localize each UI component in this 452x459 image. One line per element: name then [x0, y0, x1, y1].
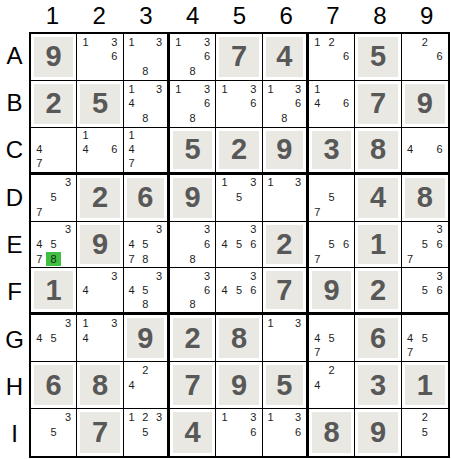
- solved-digit: 8: [405, 178, 445, 218]
- col-label-7: 7: [310, 0, 357, 31]
- candidate-3: 3: [246, 82, 260, 97]
- solved-digit: 7: [219, 37, 258, 77]
- solved-digit: 6: [34, 365, 73, 405]
- candidate-3: 3: [246, 410, 260, 425]
- solved-digit: 6: [127, 178, 164, 218]
- candidates: 126: [310, 35, 353, 79]
- solved-digit: 7: [358, 84, 397, 124]
- candidate-5: 5: [324, 190, 338, 205]
- solved-digit: 9: [266, 131, 303, 169]
- candidate-6: 6: [432, 283, 447, 297]
- candidate-6: 6: [246, 97, 260, 112]
- candidate-5: 5: [324, 237, 338, 252]
- col-label-9: 9: [403, 0, 450, 31]
- cell-I7[interactable]: 8: [309, 409, 355, 456]
- candidate-3: 3: [107, 35, 121, 50]
- cell-C3[interactable]: 147: [124, 128, 170, 175]
- cell-F7[interactable]: 9: [309, 268, 355, 315]
- candidates: 25: [403, 410, 447, 455]
- candidate-2: 2: [324, 35, 338, 50]
- candidate-1: 1: [310, 82, 324, 97]
- candidates: 345: [32, 316, 75, 360]
- cell-C2[interactable]: 146: [77, 128, 123, 175]
- candidate-7: 7: [310, 205, 324, 220]
- solved-digit: 1: [34, 271, 73, 309]
- candidate-3: 3: [200, 269, 214, 283]
- col-label-8: 8: [356, 0, 403, 31]
- candidate-4: 4: [125, 378, 139, 393]
- cell-G2[interactable]: 134: [77, 315, 123, 362]
- candidate-7: 7: [403, 252, 418, 267]
- candidate-8: 8: [185, 252, 199, 267]
- candidate-1: 1: [78, 316, 92, 331]
- candidate-6: 6: [339, 97, 353, 112]
- candidate-3: 3: [61, 223, 75, 238]
- candidate-1: 1: [171, 82, 185, 97]
- cell-A3[interactable]: 138: [124, 34, 170, 81]
- cell-I9[interactable]: 25: [402, 409, 448, 456]
- candidate-5: 5: [46, 425, 60, 440]
- candidate-3: 3: [291, 82, 305, 97]
- cell-D2[interactable]: 2: [77, 175, 123, 222]
- cell-A7[interactable]: 126: [309, 34, 355, 81]
- cell-A1[interactable]: 9: [31, 34, 77, 81]
- solved-digit: 2: [358, 271, 397, 309]
- candidate-8: 8: [185, 64, 199, 79]
- candidate-7: 7: [310, 346, 324, 361]
- cell-E6[interactable]: 2: [263, 222, 309, 269]
- cell-F2[interactable]: 34: [77, 268, 123, 315]
- cell-G1[interactable]: 345: [31, 315, 77, 362]
- row-label-D: D: [0, 174, 29, 221]
- candidate-6: 6: [339, 50, 353, 65]
- candidate-8: 8: [138, 64, 152, 79]
- cell-E2[interactable]: 9: [77, 222, 123, 269]
- solved-digit: 2: [34, 84, 73, 124]
- candidate-7: 7: [125, 252, 139, 267]
- cell-D5[interactable]: 135: [216, 175, 262, 222]
- cell-C4[interactable]: 5: [170, 128, 216, 175]
- candidate-4: 4: [78, 331, 92, 346]
- candidate-6: 6: [246, 283, 260, 297]
- candidates: 3567: [403, 223, 447, 267]
- solved-digit: 7: [80, 412, 119, 453]
- cell-C1[interactable]: 47: [31, 128, 77, 175]
- candidate-3: 3: [61, 316, 75, 331]
- candidates: 46: [403, 129, 447, 171]
- candidate-6: 6: [339, 237, 353, 252]
- cell-C8[interactable]: 8: [355, 128, 401, 175]
- candidate-4: 4: [32, 237, 46, 252]
- candidates: 136: [264, 410, 305, 455]
- row-label-B: B: [0, 79, 29, 126]
- candidate-6: 6: [246, 237, 260, 252]
- candidate-4: 4: [78, 283, 92, 297]
- cell-A9[interactable]: 26: [402, 34, 448, 81]
- candidate-8: 8: [277, 111, 291, 126]
- candidate-1: 1: [125, 35, 139, 50]
- cell-I2[interactable]: 7: [77, 409, 123, 456]
- solved-digit: 9: [34, 37, 73, 77]
- candidate-5: 5: [232, 190, 246, 205]
- candidate-3: 3: [107, 316, 121, 331]
- candidate-5: 5: [417, 425, 432, 440]
- candidates: 135: [217, 176, 260, 220]
- cell-H7[interactable]: 24: [309, 362, 355, 409]
- candidates: 457: [403, 316, 447, 360]
- candidate-2: 2: [138, 410, 152, 425]
- col-label-4: 4: [169, 0, 216, 31]
- candidate-5: 5: [232, 237, 246, 252]
- candidate-3: 3: [200, 82, 214, 97]
- candidates: 136: [78, 35, 121, 79]
- cell-A2[interactable]: 136: [77, 34, 123, 81]
- cell-A6[interactable]: 4: [263, 34, 309, 81]
- candidate-1: 1: [171, 35, 185, 50]
- cell-D3[interactable]: 6: [124, 175, 170, 222]
- candidate-2: 2: [138, 363, 152, 378]
- col-label-3: 3: [123, 0, 170, 31]
- candidates: 134: [78, 316, 121, 360]
- solved-digit: 2: [80, 178, 119, 218]
- candidate-4: 4: [125, 143, 139, 157]
- cell-B2[interactable]: 5: [77, 81, 123, 128]
- candidate-4: 4: [32, 143, 46, 157]
- candidate-1: 1: [78, 129, 92, 143]
- candidate-1: 1: [217, 410, 231, 425]
- candidate-6: 6: [291, 97, 305, 112]
- cell-D9[interactable]: 8: [402, 175, 448, 222]
- candidates: 3456: [217, 269, 260, 311]
- cell-I5[interactable]: 136: [216, 409, 262, 456]
- candidate-3: 3: [432, 223, 447, 238]
- cell-I3[interactable]: 1235: [124, 409, 170, 456]
- cell-I8[interactable]: 9: [355, 409, 401, 456]
- candidate-6: 6: [107, 50, 121, 65]
- cell-H1[interactable]: 6: [31, 362, 77, 409]
- candidate-6: 6: [432, 50, 447, 65]
- cell-C5[interactable]: 2: [216, 128, 262, 175]
- candidate-1: 1: [264, 176, 278, 191]
- candidates: 146: [310, 82, 353, 126]
- candidate-5: 5: [232, 283, 246, 297]
- candidates: 368: [171, 223, 214, 267]
- solved-digit: 8: [219, 318, 258, 358]
- candidate-3: 3: [246, 269, 260, 283]
- candidate-3: 3: [107, 269, 121, 283]
- cell-E5[interactable]: 3456: [216, 222, 262, 269]
- solved-digit: 8: [358, 131, 397, 169]
- solved-digit: 1: [358, 225, 397, 265]
- row-labels: ABCDEFGHI: [0, 32, 29, 458]
- cell-F3[interactable]: 3458: [124, 268, 170, 315]
- candidate-6: 6: [246, 425, 260, 440]
- candidates: 3456: [217, 223, 260, 267]
- row-label-A: A: [0, 32, 29, 79]
- candidates: 356: [403, 269, 447, 311]
- candidate-5: 5: [46, 237, 60, 252]
- cell-G9[interactable]: 457: [402, 315, 448, 362]
- candidate-7: 7: [125, 157, 139, 171]
- candidate-1: 1: [264, 82, 278, 97]
- solved-digit: 3: [358, 365, 397, 405]
- cell-G8[interactable]: 6: [355, 315, 401, 362]
- candidate-5: 5: [138, 237, 152, 252]
- solved-digit: 1: [405, 365, 445, 405]
- candidate-3: 3: [246, 223, 260, 238]
- sudoku-app: 123456789 ABCDEFGHI 91361381368741265262…: [0, 0, 452, 459]
- candidates: 13: [264, 176, 305, 220]
- candidates: 146: [78, 129, 121, 171]
- row-label-F: F: [0, 269, 29, 316]
- candidates: 147: [125, 129, 166, 171]
- candidate-3: 3: [152, 410, 166, 425]
- candidate-1: 1: [264, 316, 278, 331]
- column-labels: 123456789: [29, 0, 450, 31]
- candidate-1: 1: [78, 35, 92, 50]
- cell-G6[interactable]: 13: [263, 315, 309, 362]
- candidate-4: 4: [217, 283, 231, 297]
- candidates: 35: [32, 410, 75, 455]
- candidate-3: 3: [152, 82, 166, 97]
- candidate-1: 1: [217, 82, 231, 97]
- candidate-1: 1: [125, 410, 139, 425]
- solved-digit: 6: [358, 318, 397, 358]
- cell-H8[interactable]: 3: [355, 362, 401, 409]
- candidates: 138: [125, 35, 166, 79]
- candidates: 1368: [264, 82, 305, 126]
- solved-digit: 9: [80, 225, 119, 265]
- solved-digit: 5: [358, 37, 397, 77]
- candidate-3: 3: [61, 176, 75, 191]
- row-label-C: C: [0, 127, 29, 174]
- candidates: 24: [125, 363, 166, 407]
- candidates: 34578: [32, 223, 75, 267]
- cell-B6[interactable]: 1368: [263, 81, 309, 128]
- col-label-6: 6: [263, 0, 310, 31]
- cell-D6[interactable]: 13: [263, 175, 309, 222]
- candidates: 24: [310, 363, 353, 407]
- candidates: 3458: [125, 269, 166, 311]
- cell-H3[interactable]: 24: [124, 362, 170, 409]
- candidates: 567: [310, 223, 353, 267]
- cell-G4[interactable]: 2: [170, 315, 216, 362]
- cell-B4[interactable]: 1368: [170, 81, 216, 128]
- solved-digit: 2: [173, 318, 212, 358]
- cell-C7[interactable]: 3: [309, 128, 355, 175]
- cell-C6[interactable]: 9: [263, 128, 309, 175]
- solved-digit: 7: [266, 271, 303, 309]
- candidate-5: 5: [324, 331, 338, 346]
- cell-D8[interactable]: 4: [355, 175, 401, 222]
- cell-I6[interactable]: 136: [263, 409, 309, 456]
- cell-F6[interactable]: 7: [263, 268, 309, 315]
- candidate-4: 4: [403, 331, 418, 346]
- cell-F5[interactable]: 3456: [216, 268, 262, 315]
- candidate-1: 1: [264, 410, 278, 425]
- candidate-3: 3: [432, 269, 447, 283]
- solved-digit: 4: [358, 178, 397, 218]
- candidate-1: 1: [125, 129, 139, 143]
- candidates: 34578: [125, 223, 166, 267]
- solved-digit: 9: [127, 318, 164, 358]
- candidate-5: 5: [138, 425, 152, 440]
- candidate-7: 7: [32, 252, 46, 267]
- candidate-3: 3: [291, 316, 305, 331]
- candidate-3: 3: [61, 410, 75, 425]
- cell-H4[interactable]: 7: [170, 362, 216, 409]
- cell-H6[interactable]: 5: [263, 362, 309, 409]
- cell-E9[interactable]: 3567: [402, 222, 448, 269]
- candidate-6: 6: [107, 143, 121, 157]
- candidate-8: 8: [138, 252, 152, 267]
- cell-B8[interactable]: 7: [355, 81, 401, 128]
- cell-E1[interactable]: 34578: [31, 222, 77, 269]
- candidate-4: 4: [125, 237, 139, 252]
- solved-digit: 9: [173, 178, 212, 218]
- col-label-2: 2: [76, 0, 123, 31]
- candidates: 57: [310, 176, 353, 220]
- cell-I4[interactable]: 4: [170, 409, 216, 456]
- cell-B9[interactable]: 9: [402, 81, 448, 128]
- solved-digit: 2: [219, 131, 258, 169]
- solved-digit: 9: [405, 84, 445, 124]
- candidate-6: 6: [200, 97, 214, 112]
- solved-digit: 2: [266, 225, 303, 265]
- candidate-4: 4: [217, 237, 231, 252]
- candidate-6: 6: [432, 237, 447, 252]
- col-label-1: 1: [29, 0, 76, 31]
- solved-digit: 7: [173, 365, 212, 405]
- candidate-4: 4: [125, 97, 139, 112]
- cell-F8[interactable]: 2: [355, 268, 401, 315]
- candidate-6: 6: [432, 143, 447, 157]
- candidate-8: 8: [138, 111, 152, 126]
- cell-I1[interactable]: 35: [31, 409, 77, 456]
- solved-digit: 4: [173, 412, 212, 453]
- candidate-6: 6: [200, 283, 214, 297]
- candidate-6: 6: [200, 237, 214, 252]
- candidate-5: 5: [138, 283, 152, 297]
- cell-E4[interactable]: 368: [170, 222, 216, 269]
- cell-E7[interactable]: 567: [309, 222, 355, 269]
- candidate-5: 5: [417, 331, 432, 346]
- candidate-8: 8: [185, 111, 199, 126]
- candidate-3: 3: [291, 410, 305, 425]
- candidates: 34: [78, 269, 121, 311]
- row-label-I: I: [0, 411, 29, 458]
- candidate-2: 2: [417, 35, 432, 50]
- candidate-7: 7: [32, 205, 46, 220]
- cell-C9[interactable]: 46: [402, 128, 448, 175]
- solved-digit: 9: [219, 365, 258, 405]
- candidate-4: 4: [310, 378, 324, 393]
- cell-H2[interactable]: 8: [77, 362, 123, 409]
- candidate-3: 3: [152, 223, 166, 238]
- candidates: 1348: [125, 82, 166, 126]
- candidates: 1235: [125, 410, 166, 455]
- candidate-4: 4: [78, 143, 92, 157]
- candidate-6: 6: [291, 425, 305, 440]
- cell-G3[interactable]: 9: [124, 315, 170, 362]
- candidate-5: 5: [417, 237, 432, 252]
- cell-B5[interactable]: 136: [216, 81, 262, 128]
- candidate-3: 3: [152, 35, 166, 50]
- solved-digit: 5: [173, 131, 212, 169]
- candidates: 1368: [171, 35, 214, 79]
- candidate-5: 5: [46, 190, 60, 205]
- candidate-1: 1: [217, 176, 231, 191]
- candidate-2: 2: [324, 363, 338, 378]
- candidate-8: 8: [185, 297, 199, 311]
- cell-D1[interactable]: 357: [31, 175, 77, 222]
- solved-digit: 5: [80, 84, 119, 124]
- candidate-4: 4: [32, 331, 46, 346]
- cell-G5[interactable]: 8: [216, 315, 262, 362]
- cell-B1[interactable]: 2: [31, 81, 77, 128]
- solved-digit: 9: [312, 271, 351, 309]
- cell-F9[interactable]: 356: [402, 268, 448, 315]
- sudoku-board: 9136138136874126526251348136813613681467…: [29, 32, 450, 458]
- solved-digit: 8: [80, 365, 119, 405]
- cell-F1[interactable]: 1: [31, 268, 77, 315]
- candidate-6: 6: [200, 50, 214, 65]
- cell-B7[interactable]: 146: [309, 81, 355, 128]
- row-label-G: G: [0, 316, 29, 363]
- candidate-4: 4: [125, 283, 139, 297]
- candidate-7: 7: [403, 346, 418, 361]
- candidate-4: 4: [403, 143, 418, 157]
- candidates: 136: [217, 410, 260, 455]
- candidates: 1368: [171, 82, 214, 126]
- cell-B3[interactable]: 1348: [124, 81, 170, 128]
- cell-A8[interactable]: 5: [355, 34, 401, 81]
- candidates: 26: [403, 35, 447, 79]
- cell-A5[interactable]: 7: [216, 34, 262, 81]
- candidates: 47: [32, 129, 75, 171]
- candidates: 136: [217, 82, 260, 126]
- cell-E8[interactable]: 1: [355, 222, 401, 269]
- cell-G7[interactable]: 457: [309, 315, 355, 362]
- candidate-5: 5: [417, 283, 432, 297]
- candidate-4: 4: [310, 97, 324, 112]
- cell-D7[interactable]: 57: [309, 175, 355, 222]
- candidates: 457: [310, 316, 353, 360]
- candidate-1: 1: [310, 35, 324, 50]
- row-label-H: H: [0, 363, 29, 410]
- cell-H5[interactable]: 9: [216, 362, 262, 409]
- cell-H9[interactable]: 1: [402, 362, 448, 409]
- candidate-3: 3: [246, 176, 260, 191]
- candidates: 368: [171, 269, 214, 311]
- solved-digit: 3: [312, 131, 351, 169]
- cell-A4[interactable]: 1368: [170, 34, 216, 81]
- candidate-8-highlighted: 8: [46, 252, 60, 267]
- solved-digit: 9: [358, 412, 397, 453]
- candidate-8: 8: [138, 297, 152, 311]
- candidate-7: 7: [310, 252, 324, 267]
- candidate-1: 1: [125, 82, 139, 97]
- cell-E3[interactable]: 34578: [124, 222, 170, 269]
- solved-digit: 4: [266, 37, 303, 77]
- candidate-2: 2: [417, 410, 432, 425]
- cell-F4[interactable]: 368: [170, 268, 216, 315]
- cell-D4[interactable]: 9: [170, 175, 216, 222]
- candidate-3: 3: [200, 35, 214, 50]
- candidate-3: 3: [291, 176, 305, 191]
- candidate-7: 7: [32, 157, 46, 171]
- candidate-3: 3: [200, 223, 214, 238]
